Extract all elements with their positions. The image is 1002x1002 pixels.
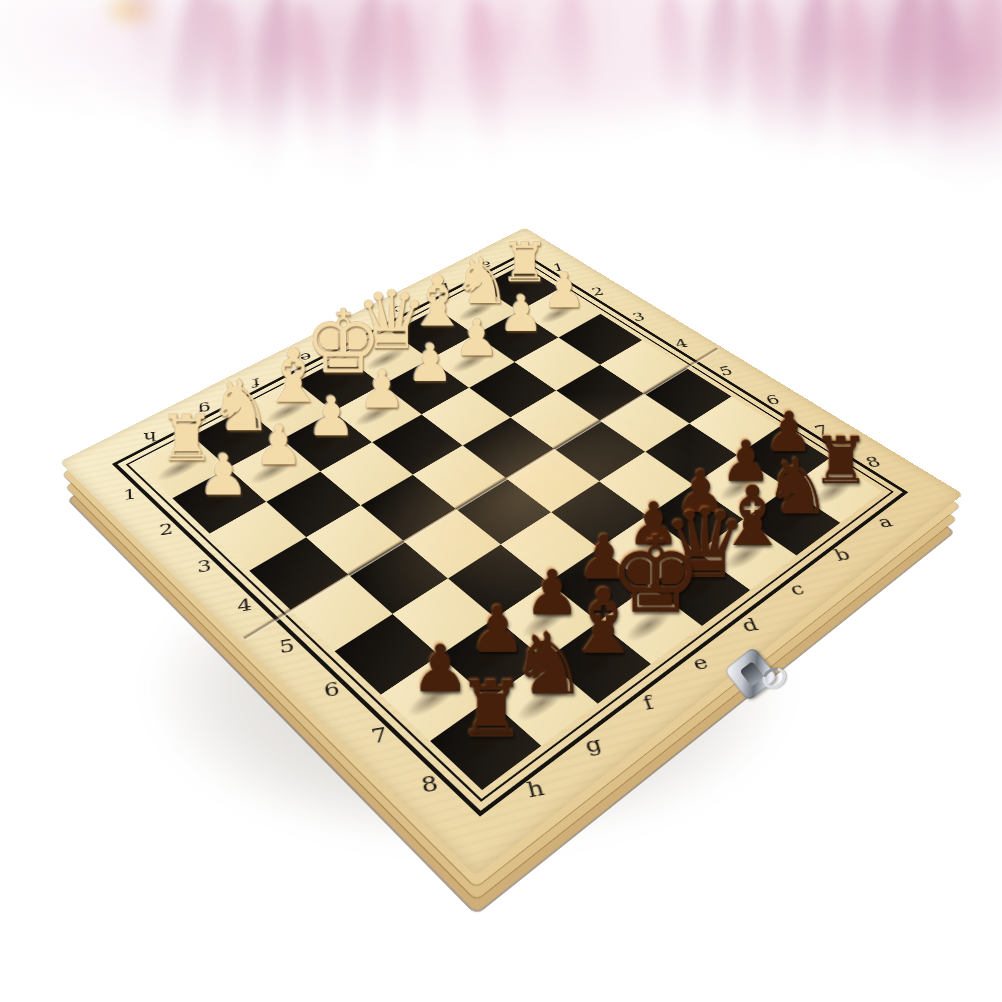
rank-label-sw-7: 7 <box>358 717 401 754</box>
metal-clasp-latch <box>728 648 784 700</box>
scene-3d: hhggffeeddccbbaa1122334455667788♜♞♟♝♟♛♟♚… <box>0 0 1002 1002</box>
white-pawn-glyph: ♟ <box>177 447 269 504</box>
chessboard: hhggffeeddccbbaa1122334455667788♜♞♟♝♟♛♟♚… <box>59 228 963 876</box>
black-rook-glyph: ♜ <box>437 672 545 749</box>
product-photo-stage: hhggffeeddccbbaa1122334455667788♜♞♟♝♟♛♟♚… <box>0 0 1002 1002</box>
